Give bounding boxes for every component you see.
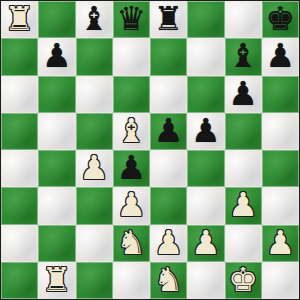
square-a3[interactable] — [1, 187, 38, 224]
square-a7[interactable] — [1, 38, 38, 75]
square-d1[interactable] — [113, 262, 150, 299]
square-c8[interactable]: ♝ — [76, 1, 113, 38]
chess-board: ♜♝♛♜♚♟♝♟♟♝♟♟♟♟♟♟♞♟♟♟♜♞♚ — [1, 1, 299, 299]
white-pawn[interactable]: ♟ — [117, 188, 147, 221]
white-pawn[interactable]: ♟ — [228, 188, 258, 221]
square-g3[interactable]: ♟ — [225, 187, 262, 224]
white-rook[interactable]: ♜ — [5, 2, 35, 35]
white-pawn[interactable]: ♟ — [154, 226, 184, 259]
white-knight[interactable]: ♞ — [154, 263, 184, 296]
square-h8[interactable]: ♚ — [262, 1, 299, 38]
square-a8[interactable]: ♜ — [1, 1, 38, 38]
square-a2[interactable] — [1, 225, 38, 262]
square-d8[interactable]: ♛ — [113, 1, 150, 38]
chess-board-frame: ♜♝♛♜♚♟♝♟♟♝♟♟♟♟♟♟♞♟♟♟♜♞♚ — [0, 0, 300, 300]
square-a6[interactable] — [1, 76, 38, 113]
black-pawn[interactable]: ♟ — [191, 114, 221, 147]
square-e7[interactable] — [150, 38, 187, 75]
square-d5[interactable]: ♝ — [113, 113, 150, 150]
square-h1[interactable] — [262, 262, 299, 299]
square-h7[interactable]: ♟ — [262, 38, 299, 75]
square-b5[interactable] — [38, 113, 75, 150]
square-b3[interactable] — [38, 187, 75, 224]
square-g5[interactable] — [225, 113, 262, 150]
black-pawn[interactable]: ♟ — [228, 77, 258, 110]
square-c5[interactable] — [76, 113, 113, 150]
square-d6[interactable] — [113, 76, 150, 113]
square-c6[interactable] — [76, 76, 113, 113]
square-d4[interactable]: ♟ — [113, 150, 150, 187]
square-g6[interactable]: ♟ — [225, 76, 262, 113]
square-h6[interactable] — [262, 76, 299, 113]
square-e2[interactable]: ♟ — [150, 225, 187, 262]
black-pawn[interactable]: ♟ — [154, 114, 184, 147]
square-f1[interactable] — [187, 262, 224, 299]
square-e4[interactable] — [150, 150, 187, 187]
square-b6[interactable] — [38, 76, 75, 113]
white-rook[interactable]: ♜ — [42, 263, 72, 296]
square-h2[interactable]: ♟ — [262, 225, 299, 262]
square-h5[interactable] — [262, 113, 299, 150]
square-h4[interactable] — [262, 150, 299, 187]
black-rook[interactable]: ♜ — [154, 2, 184, 35]
black-bishop[interactable]: ♝ — [228, 39, 258, 72]
white-pawn[interactable]: ♟ — [266, 226, 296, 259]
square-a4[interactable] — [1, 150, 38, 187]
square-a5[interactable] — [1, 113, 38, 150]
square-h3[interactable] — [262, 187, 299, 224]
square-d3[interactable]: ♟ — [113, 187, 150, 224]
white-bishop[interactable]: ♝ — [117, 114, 147, 147]
square-c3[interactable] — [76, 187, 113, 224]
black-pawn[interactable]: ♟ — [266, 39, 296, 72]
square-g8[interactable] — [225, 1, 262, 38]
white-knight[interactable]: ♞ — [117, 226, 147, 259]
black-queen[interactable]: ♛ — [117, 2, 147, 35]
square-b4[interactable] — [38, 150, 75, 187]
square-f3[interactable] — [187, 187, 224, 224]
black-king[interactable]: ♚ — [266, 2, 296, 35]
square-b1[interactable]: ♜ — [38, 262, 75, 299]
square-e8[interactable]: ♜ — [150, 1, 187, 38]
square-c4[interactable]: ♟ — [76, 150, 113, 187]
square-e5[interactable]: ♟ — [150, 113, 187, 150]
square-f8[interactable] — [187, 1, 224, 38]
square-g7[interactable]: ♝ — [225, 38, 262, 75]
square-c7[interactable] — [76, 38, 113, 75]
white-pawn[interactable]: ♟ — [191, 226, 221, 259]
square-e6[interactable] — [150, 76, 187, 113]
square-f7[interactable] — [187, 38, 224, 75]
square-b2[interactable] — [38, 225, 75, 262]
square-d2[interactable]: ♞ — [113, 225, 150, 262]
square-b7[interactable]: ♟ — [38, 38, 75, 75]
square-c1[interactable] — [76, 262, 113, 299]
black-bishop[interactable]: ♝ — [79, 2, 109, 35]
square-d7[interactable] — [113, 38, 150, 75]
square-f4[interactable] — [187, 150, 224, 187]
white-king[interactable]: ♚ — [228, 263, 258, 296]
square-e1[interactable]: ♞ — [150, 262, 187, 299]
white-pawn[interactable]: ♟ — [79, 151, 109, 184]
square-g4[interactable] — [225, 150, 262, 187]
square-g1[interactable]: ♚ — [225, 262, 262, 299]
square-b8[interactable] — [38, 1, 75, 38]
square-f6[interactable] — [187, 76, 224, 113]
square-a1[interactable] — [1, 262, 38, 299]
square-g2[interactable] — [225, 225, 262, 262]
square-f5[interactable]: ♟ — [187, 113, 224, 150]
square-c2[interactable] — [76, 225, 113, 262]
black-pawn[interactable]: ♟ — [117, 151, 147, 184]
black-pawn[interactable]: ♟ — [42, 39, 72, 72]
square-e3[interactable] — [150, 187, 187, 224]
square-f2[interactable]: ♟ — [187, 225, 224, 262]
